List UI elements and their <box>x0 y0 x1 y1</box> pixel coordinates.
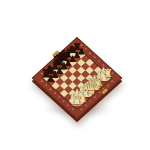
coordinate-label: a <box>41 73 43 75</box>
coordinate-label: 3 <box>103 65 105 67</box>
coordinate-label: 3 <box>63 101 65 103</box>
coordinate-label: c <box>90 101 91 103</box>
coordinate-label: 8 <box>41 81 43 83</box>
coordinate-label: c <box>50 65 51 67</box>
coordinate-label: e <box>59 57 61 59</box>
coordinate-label: 5 <box>54 93 56 95</box>
coordinate-label: b <box>85 105 87 107</box>
coordinate-label: 8 <box>81 45 83 47</box>
coordinate-label: 4 <box>98 61 100 63</box>
chess-set-photo: abcdefgh abcdefgh 87654321 87654321 ♜♞♝♛… <box>0 0 150 150</box>
coordinate-label: 7 <box>85 49 87 51</box>
coordinate-label: a <box>81 109 83 111</box>
coordinate-label: 7 <box>45 85 47 87</box>
coordinate-label: h <box>111 81 113 83</box>
coordinate-label: d <box>54 61 56 63</box>
coordinate-label: 6 <box>89 53 91 55</box>
coordinate-label: g <box>67 49 69 51</box>
coordinate-label: b <box>45 69 47 71</box>
coordinate-label: 1 <box>72 109 74 111</box>
coordinate-label: g <box>107 85 109 87</box>
coordinate-label: 4 <box>59 97 61 99</box>
coordinate-label: 2 <box>107 69 109 71</box>
coordinate-label: 6 <box>50 89 52 91</box>
coordinate-label: f <box>63 53 64 55</box>
coordinate-label: h <box>72 45 74 47</box>
coordinate-label: 5 <box>94 57 96 59</box>
coordinate-label: d <box>94 97 96 99</box>
coordinate-label: 1 <box>111 73 113 75</box>
coordinate-label: e <box>98 93 100 95</box>
coordinate-label: 2 <box>67 105 69 107</box>
